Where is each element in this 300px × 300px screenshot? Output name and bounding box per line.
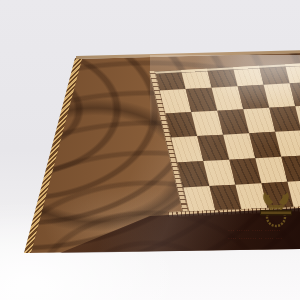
watermark-line: ··· ······ ····· ······· [228, 227, 300, 235]
photo-watermark: ··· ······ ····· ······· ···· ········ ·… [228, 227, 300, 242]
watermark-line: ···· ········ ·· ···· ··· [228, 235, 300, 243]
photo-background: ··· ······ ····· ······· ···· ········ ·… [0, 0, 300, 300]
